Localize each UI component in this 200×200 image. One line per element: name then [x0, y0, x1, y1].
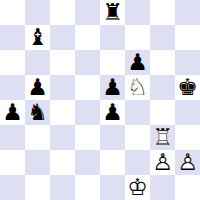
square-g3[interactable]: ♜♖ [150, 125, 175, 150]
square-f6[interactable]: ♟ [125, 50, 150, 75]
square-h5[interactable]: ♚ [175, 75, 200, 100]
piece-outline-layer: ♙ [177, 149, 198, 175]
chess-board: ♜♝♟♟♟♞♘♚♟♞♟♜♖♟♙♟♙♚♔ [0, 0, 200, 200]
square-e7[interactable] [100, 25, 125, 50]
square-a2[interactable] [0, 150, 25, 175]
black-bishop[interactable]: ♝ [27, 25, 48, 50]
square-b2[interactable] [25, 150, 50, 175]
square-f5[interactable]: ♞♘ [125, 75, 150, 100]
black-king[interactable]: ♚ [177, 75, 198, 100]
square-a3[interactable] [0, 125, 25, 150]
black-knight[interactable]: ♞ [27, 100, 48, 125]
white-king[interactable]: ♚♔ [127, 175, 148, 200]
black-pawn[interactable]: ♟ [2, 100, 23, 125]
square-b1[interactable] [25, 175, 50, 200]
square-a1[interactable] [0, 175, 25, 200]
piece-outline-layer: ♔ [127, 174, 148, 200]
square-e5[interactable]: ♟ [100, 75, 125, 100]
square-f8[interactable] [125, 0, 150, 25]
square-f2[interactable] [125, 150, 150, 175]
square-g8[interactable] [150, 0, 175, 25]
square-a6[interactable] [0, 50, 25, 75]
square-b3[interactable] [25, 125, 50, 150]
black-pawn[interactable]: ♟ [27, 75, 48, 100]
square-e1[interactable] [100, 175, 125, 200]
square-g1[interactable] [150, 175, 175, 200]
square-d8[interactable] [75, 0, 100, 25]
square-b6[interactable] [25, 50, 50, 75]
square-b4[interactable]: ♞ [25, 100, 50, 125]
square-h3[interactable] [175, 125, 200, 150]
square-h4[interactable] [175, 100, 200, 125]
white-pawn[interactable]: ♟♙ [177, 150, 198, 175]
square-h8[interactable] [175, 0, 200, 25]
black-rook[interactable]: ♜ [102, 0, 123, 25]
white-knight[interactable]: ♞♘ [127, 75, 148, 100]
white-pawn[interactable]: ♟♙ [152, 150, 173, 175]
square-d3[interactable] [75, 125, 100, 150]
square-f4[interactable] [125, 100, 150, 125]
square-b8[interactable] [25, 0, 50, 25]
square-a4[interactable]: ♟ [0, 100, 25, 125]
square-d6[interactable] [75, 50, 100, 75]
square-c8[interactable] [50, 0, 75, 25]
black-pawn[interactable]: ♟ [102, 100, 123, 125]
square-g5[interactable] [150, 75, 175, 100]
piece-outline-layer: ♖ [152, 124, 173, 150]
square-h1[interactable] [175, 175, 200, 200]
square-g6[interactable] [150, 50, 175, 75]
square-e6[interactable] [100, 50, 125, 75]
square-g2[interactable]: ♟♙ [150, 150, 175, 175]
square-d4[interactable] [75, 100, 100, 125]
white-rook[interactable]: ♜♖ [152, 125, 173, 150]
square-e4[interactable]: ♟ [100, 100, 125, 125]
square-f3[interactable] [125, 125, 150, 150]
square-c1[interactable] [50, 175, 75, 200]
square-c2[interactable] [50, 150, 75, 175]
square-h6[interactable] [175, 50, 200, 75]
square-c5[interactable] [50, 75, 75, 100]
black-pawn[interactable]: ♟ [127, 50, 148, 75]
square-b7[interactable]: ♝ [25, 25, 50, 50]
square-c7[interactable] [50, 25, 75, 50]
square-c6[interactable] [50, 50, 75, 75]
square-d1[interactable] [75, 175, 100, 200]
square-e8[interactable]: ♜ [100, 0, 125, 25]
square-e3[interactable] [100, 125, 125, 150]
square-e2[interactable] [100, 150, 125, 175]
square-c3[interactable] [50, 125, 75, 150]
square-d5[interactable] [75, 75, 100, 100]
square-g4[interactable] [150, 100, 175, 125]
square-a7[interactable] [0, 25, 25, 50]
square-h7[interactable] [175, 25, 200, 50]
square-b5[interactable]: ♟ [25, 75, 50, 100]
square-d7[interactable] [75, 25, 100, 50]
square-f1[interactable]: ♚♔ [125, 175, 150, 200]
square-a5[interactable] [0, 75, 25, 100]
square-g7[interactable] [150, 25, 175, 50]
piece-outline-layer: ♙ [152, 149, 173, 175]
square-c4[interactable] [50, 100, 75, 125]
black-pawn[interactable]: ♟ [102, 75, 123, 100]
square-f7[interactable] [125, 25, 150, 50]
square-d2[interactable] [75, 150, 100, 175]
square-a8[interactable] [0, 0, 25, 25]
piece-outline-layer: ♘ [127, 74, 148, 100]
square-h2[interactable]: ♟♙ [175, 150, 200, 175]
